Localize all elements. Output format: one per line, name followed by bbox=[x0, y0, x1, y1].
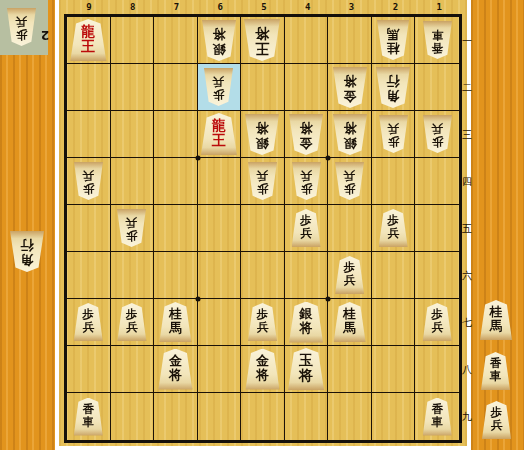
piece-kanji: 香 bbox=[431, 403, 443, 416]
board-square[interactable] bbox=[241, 64, 285, 111]
piece-kanji: 金 bbox=[256, 354, 269, 369]
piece-kanji: 桂 bbox=[343, 307, 356, 321]
piece-kanji: 歩 bbox=[431, 135, 443, 148]
piece-kanji: 銀 bbox=[343, 135, 356, 150]
board-square[interactable] bbox=[154, 158, 198, 205]
piece-kanji: 銀 bbox=[212, 41, 225, 56]
piece-kanji: 車 bbox=[83, 416, 95, 429]
shogi-piece[interactable]: 金将 bbox=[158, 349, 192, 390]
board-square[interactable]: 香車 bbox=[415, 17, 459, 64]
board-square[interactable] bbox=[415, 346, 459, 393]
rank-label-5: 五 bbox=[461, 205, 473, 252]
board-square[interactable]: 玉将 bbox=[285, 346, 329, 393]
rank-label-4: 四 bbox=[461, 158, 473, 205]
hoshi-dot bbox=[195, 297, 200, 302]
piece-kanji: 龍 bbox=[212, 118, 226, 133]
shogi-piece[interactable]: 玉将 bbox=[288, 348, 324, 390]
board-square[interactable] bbox=[372, 158, 416, 205]
piece-kanji: 将 bbox=[343, 74, 356, 89]
piece-kanji: 将 bbox=[299, 368, 313, 383]
shogi-piece[interactable]: 歩兵 bbox=[74, 303, 103, 341]
board-square[interactable]: 龍王 bbox=[67, 17, 111, 64]
piece-kanji: 車 bbox=[431, 28, 443, 41]
board-square[interactable] bbox=[198, 158, 242, 205]
board-square[interactable] bbox=[328, 17, 372, 64]
piece-kanji: 兵 bbox=[83, 169, 95, 182]
board-square[interactable]: 歩兵 bbox=[415, 111, 459, 158]
board-square[interactable] bbox=[111, 158, 155, 205]
shogi-piece[interactable]: 龍王 bbox=[201, 113, 237, 155]
shogi-piece[interactable]: 王将 bbox=[244, 19, 280, 61]
piece-kanji: 兵 bbox=[431, 321, 443, 334]
piece-kanji: 香 bbox=[83, 403, 95, 416]
file-label-4: 4 bbox=[286, 1, 330, 13]
piece-kanji: 歩 bbox=[344, 182, 356, 195]
board-square[interactable]: 歩兵 bbox=[111, 205, 155, 252]
shogi-piece[interactable]: 角行 bbox=[10, 231, 44, 272]
file-label-2: 2 bbox=[373, 1, 417, 13]
board-square[interactable] bbox=[111, 252, 155, 299]
shogi-piece[interactable]: 香車 bbox=[423, 398, 452, 436]
board-square[interactable] bbox=[198, 346, 242, 393]
board-square[interactable]: 桂馬 bbox=[328, 299, 372, 346]
board-square[interactable] bbox=[154, 64, 198, 111]
shogi-piece[interactable]: 歩兵 bbox=[335, 162, 364, 200]
board-square[interactable]: 銀将 bbox=[285, 299, 329, 346]
piece-kanji: 兵 bbox=[213, 75, 225, 88]
piece-kanji: 歩 bbox=[16, 28, 28, 41]
piece-kanji: 車 bbox=[431, 416, 443, 429]
board-square[interactable] bbox=[154, 17, 198, 64]
board-square[interactable] bbox=[372, 393, 416, 440]
board-square[interactable] bbox=[328, 393, 372, 440]
board-square[interactable] bbox=[67, 346, 111, 393]
rank-label-9: 九 bbox=[461, 393, 473, 440]
file-label-8: 8 bbox=[111, 1, 155, 13]
board-square[interactable]: 歩兵 bbox=[285, 158, 329, 205]
board-square[interactable] bbox=[285, 17, 329, 64]
piece-kanji: 将 bbox=[300, 321, 313, 336]
piece-kanji: 車 bbox=[490, 370, 502, 383]
board-square[interactable]: 歩兵 bbox=[372, 205, 416, 252]
shogi-piece[interactable]: 銀将 bbox=[245, 114, 279, 155]
piece-kanji: 銀 bbox=[256, 135, 269, 150]
gote-hand-piece[interactable]: 角行 bbox=[10, 231, 44, 272]
shogi-piece[interactable]: 香車 bbox=[481, 352, 510, 390]
shogi-piece[interactable]: 桂馬 bbox=[480, 300, 512, 340]
board-square[interactable] bbox=[67, 252, 111, 299]
piece-kanji: 銀 bbox=[300, 307, 313, 322]
piece-kanji: 金 bbox=[343, 88, 356, 103]
piece-kanji: 将 bbox=[343, 121, 356, 136]
piece-kanji: 兵 bbox=[387, 227, 399, 240]
board-square[interactable]: 金将 bbox=[328, 64, 372, 111]
piece-kanji: 兵 bbox=[257, 169, 269, 182]
board-square[interactable] bbox=[372, 252, 416, 299]
piece-kanji: 龍 bbox=[81, 24, 95, 39]
shogi-piece[interactable]: 歩兵 bbox=[248, 162, 277, 200]
file-label-9: 9 bbox=[67, 1, 111, 13]
board-square[interactable]: 王将 bbox=[241, 17, 285, 64]
piece-kanji: 兵 bbox=[491, 419, 503, 432]
board-square[interactable] bbox=[415, 205, 459, 252]
file-label-7: 7 bbox=[155, 1, 199, 13]
board-square[interactable]: 歩兵 bbox=[372, 111, 416, 158]
piece-kanji: 兵 bbox=[126, 321, 138, 334]
shogi-piece[interactable]: 金将 bbox=[245, 349, 279, 390]
board-square[interactable] bbox=[285, 252, 329, 299]
piece-kanji: 兵 bbox=[344, 169, 356, 182]
board-square[interactable] bbox=[154, 111, 198, 158]
board-square[interactable] bbox=[111, 111, 155, 158]
piece-kanji: 王 bbox=[81, 39, 95, 54]
piece-kanji: 将 bbox=[169, 368, 182, 383]
shogi-piece[interactable]: 歩兵 bbox=[423, 303, 452, 341]
piece-kanji: 兵 bbox=[83, 321, 95, 334]
piece-kanji: 兵 bbox=[300, 169, 312, 182]
shogi-piece[interactable]: 歩兵 bbox=[335, 256, 364, 294]
board-square[interactable]: 金将 bbox=[241, 346, 285, 393]
board-square[interactable] bbox=[67, 205, 111, 252]
board-square[interactable]: 歩兵 bbox=[198, 64, 242, 111]
piece-kanji: 歩 bbox=[126, 229, 138, 242]
board-square[interactable]: 香車 bbox=[415, 393, 459, 440]
shogi-piece[interactable]: 歩兵 bbox=[117, 209, 146, 247]
piece-kanji: 将 bbox=[256, 368, 269, 383]
board-square[interactable]: 香車 bbox=[67, 393, 111, 440]
hoshi-dot bbox=[195, 155, 200, 160]
board-square[interactable]: 銀将 bbox=[198, 17, 242, 64]
piece-kanji: 金 bbox=[169, 354, 182, 369]
rank-label-1: 一 bbox=[461, 17, 473, 64]
piece-kanji: 兵 bbox=[16, 15, 28, 28]
board-square[interactable]: 銀将 bbox=[241, 111, 285, 158]
board-square[interactable] bbox=[241, 205, 285, 252]
piece-kanji: 馬 bbox=[387, 27, 400, 41]
shogi-piece[interactable]: 金将 bbox=[333, 67, 367, 108]
board-square[interactable]: 歩兵 bbox=[328, 158, 372, 205]
board-square[interactable] bbox=[198, 393, 242, 440]
piece-kanji: 金 bbox=[300, 135, 313, 150]
board-square[interactable] bbox=[198, 299, 242, 346]
shogi-piece[interactable]: 桂馬 bbox=[334, 302, 366, 342]
shogi-piece[interactable]: 銀将 bbox=[333, 114, 367, 155]
piece-kanji: 兵 bbox=[300, 227, 312, 240]
piece-kanji: 将 bbox=[255, 26, 269, 41]
shogi-piece[interactable]: 歩兵 bbox=[292, 209, 321, 247]
piece-kanji: 兵 bbox=[344, 274, 356, 287]
board-square[interactable] bbox=[328, 205, 372, 252]
piece-kanji: 兵 bbox=[126, 216, 138, 229]
board-square[interactable]: 歩兵 bbox=[241, 158, 285, 205]
piece-kanji: 角 bbox=[21, 253, 34, 268]
piece-kanji: 桂 bbox=[387, 41, 400, 55]
piece-kanji: 将 bbox=[212, 27, 225, 42]
shogi-piece[interactable]: 歩兵 bbox=[117, 303, 146, 341]
shogi-piece[interactable]: 桂馬 bbox=[159, 302, 191, 342]
board-square[interactable]: 龍王 bbox=[198, 111, 242, 158]
board-square[interactable]: 桂馬 bbox=[372, 17, 416, 64]
shogi-app: 987654321 一二三四五六七八九 龍王銀将王将桂馬香車歩兵金将角行龍王銀将… bbox=[0, 0, 524, 450]
board-square[interactable]: 桂馬 bbox=[154, 299, 198, 346]
rank-label-3: 三 bbox=[461, 111, 473, 158]
board-square[interactable] bbox=[154, 252, 198, 299]
piece-kanji: 兵 bbox=[431, 122, 443, 135]
piece-kanji: 馬 bbox=[490, 319, 503, 333]
board-square[interactable]: 歩兵 bbox=[285, 205, 329, 252]
board-square[interactable] bbox=[372, 299, 416, 346]
shogi-piece[interactable]: 香車 bbox=[74, 398, 103, 436]
file-label-6: 6 bbox=[198, 1, 242, 13]
file-label-3: 3 bbox=[330, 1, 374, 13]
piece-kanji: 王 bbox=[212, 133, 226, 148]
board-square[interactable]: 歩兵 bbox=[111, 299, 155, 346]
shogi-piece[interactable]: 歩兵 bbox=[423, 115, 452, 153]
piece-kanji: 歩 bbox=[213, 88, 225, 101]
shogi-board: 龍王銀将王将桂馬香車歩兵金将角行龍王銀将金将銀将歩兵歩兵歩兵歩兵歩兵歩兵歩兵歩兵… bbox=[64, 14, 462, 443]
board-square[interactable] bbox=[415, 252, 459, 299]
board-square[interactable]: 歩兵 bbox=[241, 299, 285, 346]
board-square[interactable] bbox=[415, 158, 459, 205]
piece-kanji: 馬 bbox=[343, 321, 356, 335]
board-square[interactable] bbox=[328, 346, 372, 393]
shogi-piece[interactable]: 龍王 bbox=[70, 19, 106, 61]
board-square[interactable] bbox=[111, 17, 155, 64]
board-square[interactable] bbox=[285, 393, 329, 440]
shogi-piece[interactable]: 桂馬 bbox=[377, 20, 409, 60]
board-square[interactable]: 歩兵 bbox=[67, 299, 111, 346]
sente-hand-piece[interactable]: 歩兵 bbox=[482, 401, 511, 439]
board-square[interactable] bbox=[67, 64, 111, 111]
board-square[interactable] bbox=[415, 64, 459, 111]
shogi-piece[interactable]: 歩兵 bbox=[379, 115, 408, 153]
rank-label-2: 二 bbox=[461, 64, 473, 111]
shogi-piece[interactable]: 歩兵 bbox=[379, 209, 408, 247]
board-square[interactable] bbox=[111, 346, 155, 393]
piece-kanji: 歩 bbox=[387, 135, 399, 148]
board-square[interactable]: 金将 bbox=[154, 346, 198, 393]
piece-kanji: 玉 bbox=[299, 353, 313, 368]
shogi-piece[interactable]: 歩兵 bbox=[482, 401, 511, 439]
file-coordinate-labels: 987654321 bbox=[67, 1, 461, 13]
piece-kanji: 兵 bbox=[387, 122, 399, 135]
board-square[interactable] bbox=[372, 346, 416, 393]
piece-kanji: 歩 bbox=[300, 182, 312, 195]
shogi-piece[interactable]: 香車 bbox=[423, 21, 452, 59]
board-square[interactable] bbox=[67, 111, 111, 158]
shogi-piece[interactable]: 歩兵 bbox=[74, 162, 103, 200]
rank-coordinate-labels: 一二三四五六七八九 bbox=[461, 17, 473, 440]
sente-hand-piece[interactable]: 桂馬 bbox=[480, 300, 512, 340]
rank-label-8: 八 bbox=[461, 346, 473, 393]
board-square[interactable] bbox=[198, 205, 242, 252]
board-square[interactable] bbox=[154, 393, 198, 440]
piece-kanji: 将 bbox=[256, 121, 269, 136]
shogi-piece[interactable]: 金将 bbox=[289, 114, 323, 155]
piece-kanji: 馬 bbox=[169, 321, 182, 335]
piece-kanji: 行 bbox=[387, 74, 400, 89]
board-square[interactable] bbox=[111, 393, 155, 440]
shogi-piece[interactable]: 歩兵 bbox=[204, 68, 233, 106]
piece-kanji: 桂 bbox=[490, 305, 503, 319]
board-square[interactable] bbox=[198, 252, 242, 299]
piece-kanji: 歩 bbox=[257, 182, 269, 195]
board-square[interactable] bbox=[285, 64, 329, 111]
rank-label-6: 六 bbox=[461, 252, 473, 299]
board-square[interactable] bbox=[111, 64, 155, 111]
board-square[interactable] bbox=[154, 205, 198, 252]
piece-kanji: 桂 bbox=[169, 307, 182, 321]
shogi-piece[interactable]: 銀将 bbox=[202, 20, 236, 61]
piece-kanji: 行 bbox=[21, 238, 34, 253]
board-square[interactable]: 金将 bbox=[285, 111, 329, 158]
hoshi-dot bbox=[326, 297, 331, 302]
sente-hand-piece[interactable]: 香車 bbox=[481, 352, 510, 390]
piece-kanji: 王 bbox=[255, 41, 269, 56]
gote-piece-stand bbox=[0, 0, 55, 450]
board-square[interactable]: 歩兵 bbox=[67, 158, 111, 205]
board-square[interactable] bbox=[241, 393, 285, 440]
shogi-piece[interactable]: 歩兵 bbox=[292, 162, 321, 200]
rank-label-7: 七 bbox=[461, 299, 473, 346]
shogi-piece[interactable]: 歩兵 bbox=[248, 303, 277, 341]
board-square[interactable]: 歩兵 bbox=[415, 299, 459, 346]
hand-piece-count: 2 bbox=[41, 28, 49, 42]
hoshi-dot bbox=[326, 155, 331, 160]
shogi-piece[interactable]: 角行 bbox=[376, 67, 410, 108]
file-label-5: 5 bbox=[242, 1, 286, 13]
board-square[interactable] bbox=[241, 252, 285, 299]
file-label-1: 1 bbox=[417, 1, 461, 13]
board-square[interactable]: 銀将 bbox=[328, 111, 372, 158]
piece-kanji: 角 bbox=[387, 88, 400, 103]
board-square[interactable]: 歩兵 bbox=[328, 252, 372, 299]
shogi-piece[interactable]: 歩兵 bbox=[7, 8, 36, 46]
piece-kanji: 兵 bbox=[257, 321, 269, 334]
piece-kanji: 歩 bbox=[83, 182, 95, 195]
gote-hand-piece[interactable]: 歩兵2 bbox=[7, 8, 36, 46]
board-square[interactable]: 角行 bbox=[372, 64, 416, 111]
shogi-piece[interactable]: 銀将 bbox=[289, 302, 323, 343]
piece-kanji: 将 bbox=[300, 121, 313, 136]
piece-kanji: 香 bbox=[431, 41, 443, 54]
